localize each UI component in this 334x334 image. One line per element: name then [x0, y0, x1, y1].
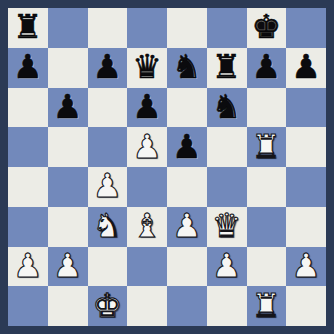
white-pawn-b2[interactable]: ♟ — [53, 249, 83, 282]
black-queen-d7[interactable]: ♛ — [132, 50, 162, 83]
square-d6[interactable]: ♟ — [127, 88, 167, 128]
square-h6[interactable] — [286, 88, 326, 128]
square-a7[interactable]: ♟ — [8, 48, 48, 88]
square-g1[interactable]: ♜ — [247, 286, 287, 326]
square-e6[interactable] — [167, 88, 207, 128]
square-a5[interactable] — [8, 127, 48, 167]
square-h2[interactable]: ♟ — [286, 247, 326, 287]
square-d2[interactable] — [127, 247, 167, 287]
square-d8[interactable] — [127, 8, 167, 48]
square-c3[interactable]: ♞ — [88, 207, 128, 247]
square-d7[interactable]: ♛ — [127, 48, 167, 88]
black-knight-f6[interactable]: ♞ — [212, 90, 242, 123]
square-f4[interactable] — [207, 167, 247, 207]
square-e8[interactable] — [167, 8, 207, 48]
square-a1[interactable] — [8, 286, 48, 326]
square-a3[interactable] — [8, 207, 48, 247]
white-rook-g1[interactable]: ♜ — [252, 289, 282, 322]
square-a4[interactable] — [8, 167, 48, 207]
square-c7[interactable]: ♟ — [88, 48, 128, 88]
square-d3[interactable]: ♝ — [127, 207, 167, 247]
square-d1[interactable] — [127, 286, 167, 326]
square-b2[interactable]: ♟ — [48, 247, 88, 287]
black-pawn-h7[interactable]: ♟ — [291, 50, 321, 83]
black-pawn-d6[interactable]: ♟ — [132, 90, 162, 123]
square-b7[interactable] — [48, 48, 88, 88]
square-d5[interactable]: ♟ — [127, 127, 167, 167]
square-a2[interactable]: ♟ — [8, 247, 48, 287]
white-knight-c3[interactable]: ♞ — [93, 209, 123, 242]
square-f6[interactable]: ♞ — [207, 88, 247, 128]
square-c4[interactable]: ♟ — [88, 167, 128, 207]
white-queen-f3[interactable]: ♛ — [212, 209, 242, 242]
black-pawn-e5[interactable]: ♟ — [172, 130, 202, 163]
white-pawn-e3[interactable]: ♟ — [172, 209, 202, 242]
square-c8[interactable] — [88, 8, 128, 48]
white-pawn-c4[interactable]: ♟ — [93, 169, 123, 202]
white-pawn-h2[interactable]: ♟ — [291, 249, 321, 282]
black-rook-f7[interactable]: ♜ — [212, 50, 242, 83]
square-g6[interactable] — [247, 88, 287, 128]
square-b6[interactable]: ♟ — [48, 88, 88, 128]
black-pawn-c7[interactable]: ♟ — [93, 50, 123, 83]
black-knight-e7[interactable]: ♞ — [172, 50, 202, 83]
square-b3[interactable] — [48, 207, 88, 247]
square-g8[interactable]: ♚ — [247, 8, 287, 48]
black-pawn-a7[interactable]: ♟ — [13, 50, 43, 83]
white-rook-g5[interactable]: ♜ — [252, 130, 282, 163]
white-pawn-a2[interactable]: ♟ — [13, 249, 43, 282]
square-g3[interactable] — [247, 207, 287, 247]
square-h7[interactable]: ♟ — [286, 48, 326, 88]
square-d4[interactable] — [127, 167, 167, 207]
square-e1[interactable] — [167, 286, 207, 326]
white-pawn-d5[interactable]: ♟ — [132, 130, 162, 163]
square-h3[interactable] — [286, 207, 326, 247]
square-f8[interactable] — [207, 8, 247, 48]
square-c1[interactable]: ♚ — [88, 286, 128, 326]
square-h8[interactable] — [286, 8, 326, 48]
square-e2[interactable] — [167, 247, 207, 287]
square-f1[interactable] — [207, 286, 247, 326]
square-g5[interactable]: ♜ — [247, 127, 287, 167]
square-b5[interactable] — [48, 127, 88, 167]
black-pawn-b6[interactable]: ♟ — [53, 90, 83, 123]
square-e4[interactable] — [167, 167, 207, 207]
square-e5[interactable]: ♟ — [167, 127, 207, 167]
square-b8[interactable] — [48, 8, 88, 48]
square-e7[interactable]: ♞ — [167, 48, 207, 88]
white-king-c1[interactable]: ♚ — [93, 289, 123, 322]
square-g4[interactable] — [247, 167, 287, 207]
square-a8[interactable]: ♜ — [8, 8, 48, 48]
square-g7[interactable]: ♟ — [247, 48, 287, 88]
square-f7[interactable]: ♜ — [207, 48, 247, 88]
square-c2[interactable] — [88, 247, 128, 287]
white-pawn-f2[interactable]: ♟ — [212, 249, 242, 282]
square-f5[interactable] — [207, 127, 247, 167]
white-bishop-d3[interactable]: ♝ — [132, 209, 162, 242]
square-b4[interactable] — [48, 167, 88, 207]
square-c6[interactable] — [88, 88, 128, 128]
black-pawn-g7[interactable]: ♟ — [252, 50, 282, 83]
black-king-g8[interactable]: ♚ — [252, 10, 282, 43]
square-h1[interactable] — [286, 286, 326, 326]
square-c5[interactable] — [88, 127, 128, 167]
square-f3[interactable]: ♛ — [207, 207, 247, 247]
square-g2[interactable] — [247, 247, 287, 287]
black-rook-a8[interactable]: ♜ — [13, 10, 43, 43]
chess-board-frame: ♜♚♟♟♛♞♜♟♟♟♟♞♟♟♜♟♞♝♟♛♟♟♟♟♚♜ — [0, 0, 334, 334]
square-e3[interactable]: ♟ — [167, 207, 207, 247]
square-h4[interactable] — [286, 167, 326, 207]
square-b1[interactable] — [48, 286, 88, 326]
square-h5[interactable] — [286, 127, 326, 167]
square-f2[interactable]: ♟ — [207, 247, 247, 287]
chess-board: ♜♚♟♟♛♞♜♟♟♟♟♞♟♟♜♟♞♝♟♛♟♟♟♟♚♜ — [8, 8, 326, 326]
square-a6[interactable] — [8, 88, 48, 128]
